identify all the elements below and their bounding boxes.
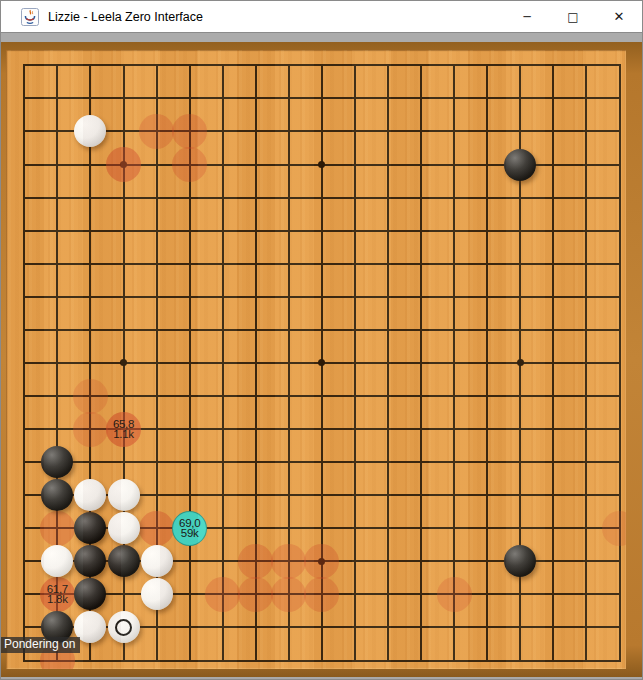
black-stone [108,545,140,577]
grid-line [354,64,356,661]
heatmap-circle [437,577,472,612]
grid-line [23,395,620,397]
window-inner-edge [1,32,642,42]
heatmap-circle [238,577,273,612]
grid-line [619,64,621,661]
heatmap-circle [172,114,207,149]
heatmap-circle [304,544,339,579]
black-stone [41,446,73,478]
visits-value: 1.1k [113,429,134,440]
best-move-circle[interactable]: 69,059k [172,511,207,546]
grid-line [453,64,455,661]
white-stone [108,479,140,511]
board-frame: 65,81.1k61,71.8k69,059k [1,42,643,677]
black-stone [41,479,73,511]
grid-line [23,461,620,463]
visits-value: 59k [181,528,199,539]
window-title: Lizzie - Leela Zero Interface [48,10,203,24]
heatmap-circle [172,147,207,182]
candidate-move-circle[interactable]: 61,71.8k [40,577,75,612]
last-move-marker [115,619,132,636]
white-stone [74,479,106,511]
heatmap-circle [602,511,626,546]
white-stone [141,578,173,610]
grid-line [486,64,488,661]
window-controls: ─ □ ✕ [504,1,642,32]
grid-line [420,64,422,661]
black-stone [504,545,536,577]
pondering-status: Pondering on [1,637,80,653]
star-point [120,359,127,366]
heatmap-circle [139,114,174,149]
white-stone [41,545,73,577]
grid-line [23,660,620,662]
heatmap-circle [271,577,306,612]
heatmap-circle [106,147,141,182]
heatmap-circle [205,577,240,612]
star-point [517,359,524,366]
maximize-button[interactable]: □ [550,1,596,32]
grid-line [585,64,587,661]
go-board[interactable]: 65,81.1k61,71.8k69,059k [6,50,626,669]
heatmap-circle [73,412,108,447]
heatmap-circle [40,511,75,546]
visits-value: 1.8k [47,594,68,605]
java-app-icon[interactable] [21,8,39,26]
titlebar[interactable]: Lizzie - Leela Zero Interface ─ □ ✕ [1,1,642,32]
heatmap-circle [73,379,108,414]
star-point [318,161,325,168]
candidate-move-circle[interactable]: 65,81.1k [106,412,141,447]
black-stone [504,149,536,181]
white-stone [74,115,106,147]
black-stone [74,578,106,610]
black-stone [74,545,106,577]
heatmap-circle [271,544,306,579]
black-stone [74,512,106,544]
star-point [318,359,325,366]
close-button[interactable]: ✕ [596,1,642,32]
grid-line [387,64,389,661]
heatmap-circle [238,544,273,579]
grid-line [552,64,554,661]
heatmap-circle [139,511,174,546]
white-stone [141,545,173,577]
app-window: Lizzie - Leela Zero Interface ─ □ ✕ 65,8… [0,0,643,680]
white-stone [108,512,140,544]
minimize-button[interactable]: ─ [504,1,550,32]
heatmap-circle [304,577,339,612]
